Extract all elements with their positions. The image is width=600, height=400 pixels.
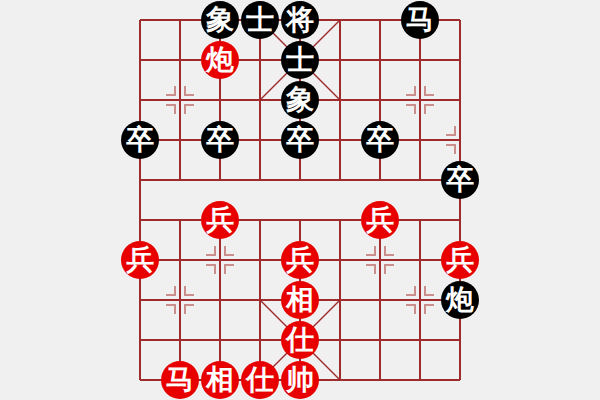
red-advisor[interactable]: 仕 [281,321,319,359]
red-general[interactable]: 帅 [281,361,319,399]
red-soldier[interactable]: 兵 [121,241,159,279]
black-soldier[interactable]: 卒 [121,121,159,159]
black-soldier[interactable]: 卒 [281,121,319,159]
black-horse[interactable]: 马 [401,1,439,39]
black-elephant[interactable]: 象 [201,1,239,39]
red-soldier[interactable]: 兵 [201,201,239,239]
red-soldier[interactable]: 兵 [441,241,479,279]
xiangqi-board: 象士将马炮士象卒卒卒卒卒兵兵兵兵兵相炮仕马相仕帅 [0,0,600,400]
black-advisor[interactable]: 士 [281,41,319,79]
black-soldier[interactable]: 卒 [361,121,399,159]
black-advisor[interactable]: 士 [241,1,279,39]
black-soldier[interactable]: 卒 [201,121,239,159]
red-cannon[interactable]: 炮 [201,41,239,79]
red-elephant[interactable]: 相 [281,281,319,319]
red-advisor[interactable]: 仕 [241,361,279,399]
black-elephant[interactable]: 象 [281,81,319,119]
black-soldier[interactable]: 卒 [441,161,479,199]
red-soldier[interactable]: 兵 [281,241,319,279]
black-general[interactable]: 将 [281,1,319,39]
red-soldier[interactable]: 兵 [361,201,399,239]
red-elephant[interactable]: 相 [201,361,239,399]
red-horse[interactable]: 马 [161,361,199,399]
black-cannon[interactable]: 炮 [441,281,479,319]
